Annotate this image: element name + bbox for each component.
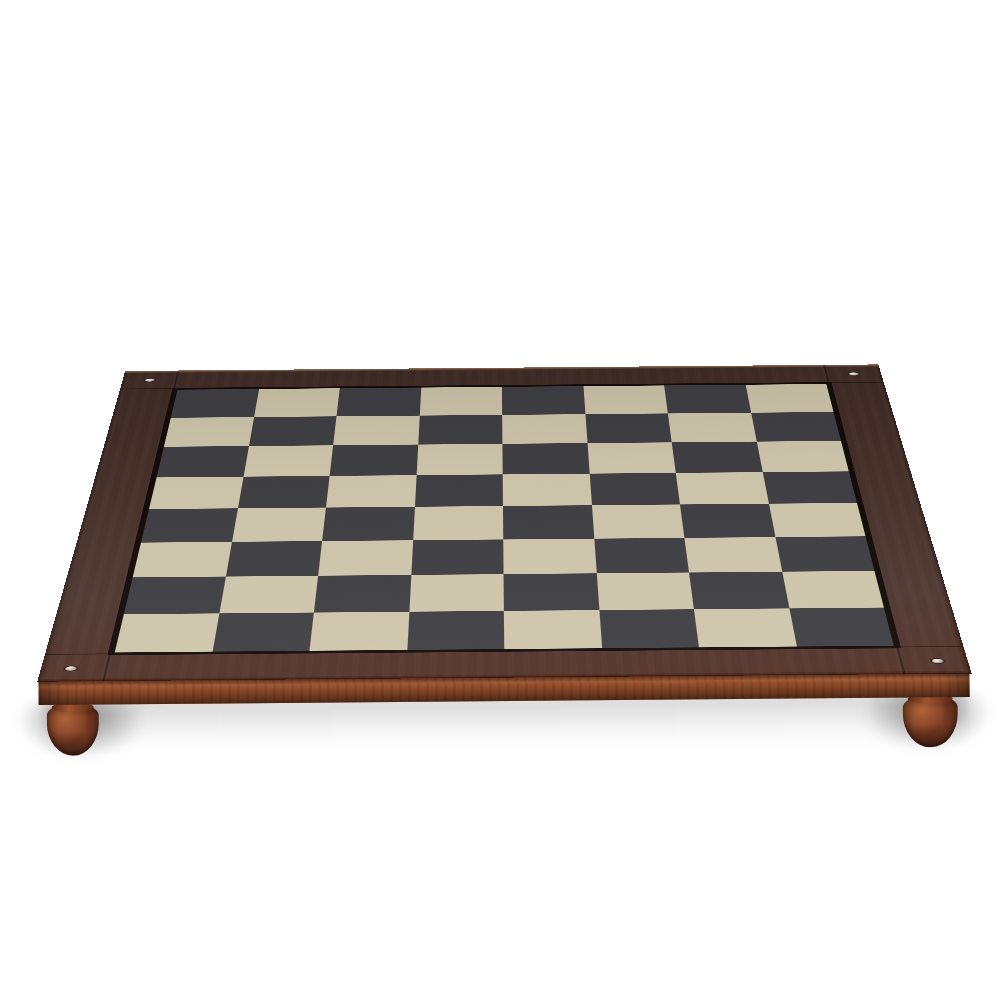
square-r4c2-dark[interactable] xyxy=(237,476,329,509)
square-r3c3-dark[interactable] xyxy=(330,445,418,476)
corner-screw-top-right-icon xyxy=(849,372,859,375)
square-r7c7-dark[interactable] xyxy=(689,572,789,609)
square-r1c6-light[interactable] xyxy=(583,385,668,414)
square-r2c4-dark[interactable] xyxy=(418,415,503,445)
square-r2c5-light[interactable] xyxy=(502,414,587,444)
square-r5c1-dark[interactable] xyxy=(141,508,237,542)
square-r7c8-light[interactable] xyxy=(782,571,884,608)
square-r3c5-dark[interactable] xyxy=(502,443,589,474)
chessboard-top xyxy=(37,364,971,681)
square-r5c7-dark[interactable] xyxy=(680,504,775,538)
square-r7c5-dark[interactable] xyxy=(504,573,599,610)
square-r6c4-dark[interactable] xyxy=(411,539,504,575)
square-r5c4-light[interactable] xyxy=(413,506,504,540)
square-r4c7-light[interactable] xyxy=(676,472,769,505)
frame-back-edge-highlight xyxy=(125,364,879,373)
square-r6c7-light[interactable] xyxy=(684,537,781,573)
square-r7c1-dark[interactable] xyxy=(124,577,225,614)
square-r7c4-light[interactable] xyxy=(409,574,504,611)
square-r7c2-light[interactable] xyxy=(219,576,318,613)
square-r8c5-light[interactable] xyxy=(504,610,602,649)
square-r5c2-light[interactable] xyxy=(232,508,326,542)
square-r2c1-light[interactable] xyxy=(164,417,254,447)
square-r6c8-dark[interactable] xyxy=(775,536,875,572)
square-r7c6-light[interactable] xyxy=(596,573,694,610)
square-r1c3-dark[interactable] xyxy=(337,388,421,417)
corner-screw-bottom-right-icon xyxy=(932,659,944,664)
square-r5c5-dark[interactable] xyxy=(503,505,594,539)
square-r3c1-dark[interactable] xyxy=(157,446,249,477)
square-r4c8-dark[interactable] xyxy=(762,471,857,503)
square-r1c7-dark[interactable] xyxy=(664,385,751,414)
square-r8c1-light[interactable] xyxy=(115,613,219,652)
square-r6c2-dark[interactable] xyxy=(225,541,322,577)
square-r1c8-light[interactable] xyxy=(745,384,833,413)
square-r2c8-dark[interactable] xyxy=(751,412,841,442)
square-r3c8-light[interactable] xyxy=(756,441,848,472)
square-r3c6-light[interactable] xyxy=(587,442,676,473)
square-r2c6-dark[interactable] xyxy=(585,413,672,443)
square-r6c3-light[interactable] xyxy=(318,540,413,576)
square-r4c3-light[interactable] xyxy=(326,475,416,508)
square-r3c2-light[interactable] xyxy=(243,445,333,476)
square-r2c7-light[interactable] xyxy=(668,413,757,443)
square-r8c3-light[interactable] xyxy=(309,612,408,651)
square-r5c8-light[interactable] xyxy=(768,503,865,537)
square-r4c6-dark[interactable] xyxy=(589,473,680,506)
square-r5c3-dark[interactable] xyxy=(322,507,414,541)
corner-screw-top-left-icon xyxy=(145,379,155,382)
square-r2c3-light[interactable] xyxy=(333,415,419,445)
square-r1c2-light[interactable] xyxy=(254,388,340,417)
square-r6c1-light[interactable] xyxy=(133,542,232,578)
square-r8c8-dark[interactable] xyxy=(789,607,894,646)
board-tilt-wrapper xyxy=(0,0,1000,1000)
square-r1c5-dark[interactable] xyxy=(502,386,585,415)
square-r4c1-light[interactable] xyxy=(149,476,243,509)
square-r8c7-light[interactable] xyxy=(694,608,796,647)
square-r8c6-dark[interactable] xyxy=(599,609,699,648)
square-r8c2-dark[interactable] xyxy=(212,612,314,651)
square-r6c6-dark[interactable] xyxy=(594,538,689,574)
square-r5c6-light[interactable] xyxy=(591,504,684,538)
square-r6c5-light[interactable] xyxy=(503,538,596,574)
scene xyxy=(0,0,1000,1000)
square-r7c3-dark[interactable] xyxy=(314,575,411,612)
corner-screw-bottom-left-icon xyxy=(65,666,77,671)
square-r4c5-light[interactable] xyxy=(503,473,592,506)
square-r3c7-dark[interactable] xyxy=(672,442,763,473)
square-r2c2-dark[interactable] xyxy=(249,416,337,446)
checkerboard xyxy=(107,382,901,655)
square-r1c1-dark[interactable] xyxy=(171,389,259,418)
square-r8c4-dark[interactable] xyxy=(407,611,504,650)
square-r1c4-light[interactable] xyxy=(419,387,502,416)
square-r4c4-dark[interactable] xyxy=(414,474,502,507)
square-r3c4-light[interactable] xyxy=(416,444,503,475)
